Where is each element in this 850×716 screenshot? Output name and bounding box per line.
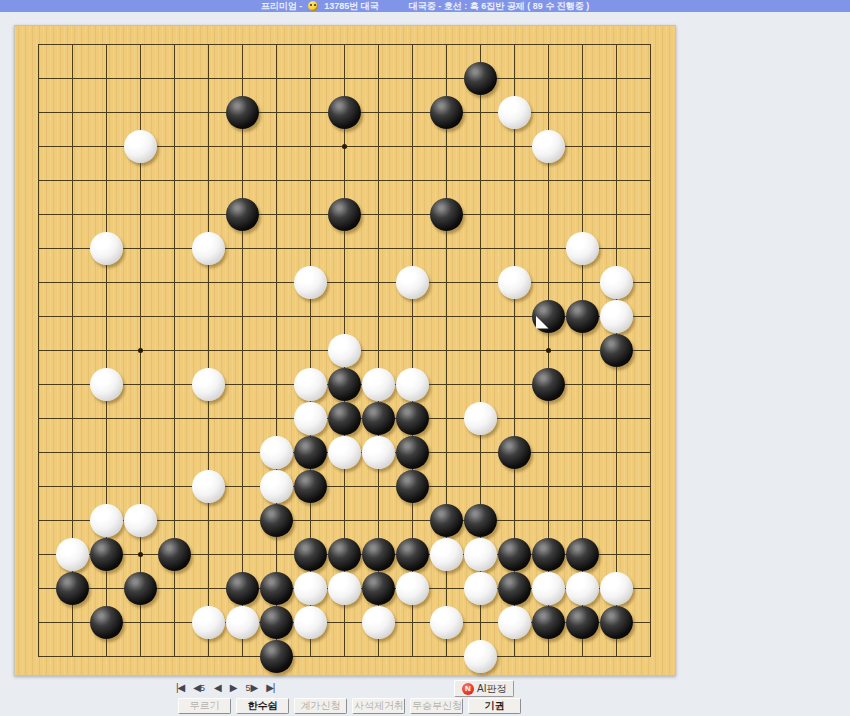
board-cell[interactable] xyxy=(463,537,497,571)
board-cell[interactable] xyxy=(633,639,667,673)
board-cell[interactable] xyxy=(395,469,429,503)
board-cell[interactable] xyxy=(191,367,225,401)
board-cell[interactable] xyxy=(21,435,55,469)
board-cell[interactable] xyxy=(463,571,497,605)
board-cell[interactable] xyxy=(497,537,531,571)
board-cell[interactable] xyxy=(191,163,225,197)
board-cell[interactable] xyxy=(429,27,463,61)
board-cell[interactable] xyxy=(497,639,531,673)
board-cell[interactable] xyxy=(497,333,531,367)
board-cell[interactable] xyxy=(531,435,565,469)
board-cell[interactable] xyxy=(361,333,395,367)
board-cell[interactable] xyxy=(361,639,395,673)
board-cell[interactable] xyxy=(361,605,395,639)
board-cell[interactable] xyxy=(429,95,463,129)
board-cell[interactable] xyxy=(123,231,157,265)
board-cell[interactable] xyxy=(191,401,225,435)
board-cell[interactable] xyxy=(225,469,259,503)
board-cell[interactable] xyxy=(191,503,225,537)
board-cell[interactable] xyxy=(55,639,89,673)
board-cell[interactable] xyxy=(259,401,293,435)
board-cell[interactable] xyxy=(55,197,89,231)
board-cell[interactable] xyxy=(21,537,55,571)
board-cell[interactable] xyxy=(463,367,497,401)
board-cell[interactable] xyxy=(463,163,497,197)
board-cell[interactable] xyxy=(497,61,531,95)
board-cell[interactable] xyxy=(429,299,463,333)
board-cell[interactable] xyxy=(191,469,225,503)
board-cell[interactable] xyxy=(463,469,497,503)
board-cell[interactable] xyxy=(565,129,599,163)
board-cell[interactable] xyxy=(225,129,259,163)
board-cell[interactable] xyxy=(21,299,55,333)
board-cell[interactable] xyxy=(327,571,361,605)
board-cell[interactable] xyxy=(89,265,123,299)
board-cell[interactable] xyxy=(531,163,565,197)
board-cell[interactable] xyxy=(225,231,259,265)
board-cell[interactable] xyxy=(599,265,633,299)
board-cell[interactable] xyxy=(293,95,327,129)
board-cell[interactable] xyxy=(395,27,429,61)
board-cell[interactable] xyxy=(157,537,191,571)
draw-request-button[interactable]: 무승부신청 xyxy=(410,698,463,714)
board-cell[interactable] xyxy=(633,27,667,61)
board-cell[interactable] xyxy=(429,435,463,469)
board-cell[interactable] xyxy=(565,605,599,639)
board-cell[interactable] xyxy=(395,333,429,367)
board-cell[interactable] xyxy=(429,367,463,401)
board-cell[interactable] xyxy=(463,639,497,673)
board-cell[interactable] xyxy=(225,503,259,537)
board-cell[interactable] xyxy=(123,27,157,61)
board-cell[interactable] xyxy=(21,163,55,197)
board-cell[interactable] xyxy=(531,639,565,673)
board-cell[interactable] xyxy=(599,95,633,129)
board-cell[interactable] xyxy=(123,61,157,95)
board-cell[interactable] xyxy=(21,265,55,299)
board-cell[interactable] xyxy=(565,333,599,367)
board-cell[interactable] xyxy=(89,197,123,231)
board-cell[interactable] xyxy=(191,605,225,639)
count-request-button[interactable]: 계가신청 xyxy=(294,698,347,714)
board-cell[interactable] xyxy=(327,231,361,265)
board-cell[interactable] xyxy=(157,61,191,95)
board-cell[interactable] xyxy=(293,231,327,265)
board-cell[interactable] xyxy=(361,163,395,197)
board-cell[interactable] xyxy=(225,367,259,401)
board-cell[interactable] xyxy=(259,27,293,61)
board-cell[interactable] xyxy=(327,333,361,367)
board-cell[interactable] xyxy=(89,401,123,435)
board-cell[interactable] xyxy=(89,571,123,605)
board-cell[interactable] xyxy=(497,299,531,333)
board-cell[interactable] xyxy=(633,231,667,265)
board-cell[interactable] xyxy=(361,129,395,163)
board-cell[interactable] xyxy=(123,401,157,435)
nav-forward-button[interactable]: ▶ xyxy=(230,681,237,695)
board-cell[interactable] xyxy=(531,401,565,435)
board-cell[interactable] xyxy=(123,503,157,537)
board-cell[interactable] xyxy=(293,27,327,61)
board-cell[interactable] xyxy=(293,265,327,299)
board-cell[interactable] xyxy=(123,605,157,639)
board-cell[interactable] xyxy=(633,61,667,95)
undo-button[interactable]: 무르기 xyxy=(178,698,231,714)
board-cell[interactable] xyxy=(565,231,599,265)
board-cell[interactable] xyxy=(293,333,327,367)
board-cell[interactable] xyxy=(633,163,667,197)
board-cell[interactable] xyxy=(55,95,89,129)
board-cell[interactable] xyxy=(55,299,89,333)
nav-forward5-button[interactable]: 5▶ xyxy=(245,681,257,695)
board-cell[interactable] xyxy=(565,469,599,503)
board-cell[interactable] xyxy=(21,367,55,401)
board-cell[interactable] xyxy=(225,571,259,605)
board-cell[interactable] xyxy=(55,469,89,503)
board-cell[interactable] xyxy=(21,27,55,61)
board-cell[interactable] xyxy=(89,163,123,197)
board-cell[interactable] xyxy=(225,95,259,129)
board-cell[interactable] xyxy=(293,197,327,231)
board-cell[interactable] xyxy=(327,129,361,163)
board-cell[interactable] xyxy=(293,605,327,639)
board-cell[interactable] xyxy=(463,503,497,537)
board-cell[interactable] xyxy=(21,401,55,435)
pass-button[interactable]: 한수쉼 xyxy=(236,698,289,714)
board-cell[interactable] xyxy=(497,401,531,435)
board-cell[interactable] xyxy=(395,61,429,95)
board-cell[interactable] xyxy=(395,537,429,571)
board-cell[interactable] xyxy=(191,231,225,265)
board-cell[interactable] xyxy=(361,61,395,95)
board-cell[interactable] xyxy=(21,571,55,605)
board-cell[interactable] xyxy=(599,197,633,231)
board-cell[interactable] xyxy=(225,265,259,299)
board-cell[interactable] xyxy=(531,469,565,503)
board-cell[interactable] xyxy=(429,129,463,163)
board-cell[interactable] xyxy=(565,537,599,571)
board-cell[interactable] xyxy=(395,605,429,639)
board-cell[interactable] xyxy=(429,469,463,503)
board-cell[interactable] xyxy=(293,367,327,401)
board-cell[interactable] xyxy=(293,503,327,537)
board-cell[interactable] xyxy=(429,639,463,673)
board-cell[interactable] xyxy=(429,333,463,367)
board-cell[interactable] xyxy=(225,333,259,367)
board-cell[interactable] xyxy=(361,469,395,503)
board-cell[interactable] xyxy=(429,537,463,571)
board-cell[interactable] xyxy=(191,129,225,163)
nav-back5-button[interactable]: ◀5 xyxy=(193,681,205,695)
board-cell[interactable] xyxy=(55,129,89,163)
board-cell[interactable] xyxy=(429,605,463,639)
board-cell[interactable] xyxy=(565,401,599,435)
board-cell[interactable] xyxy=(293,163,327,197)
board-cell[interactable] xyxy=(157,469,191,503)
board-cell[interactable] xyxy=(565,61,599,95)
board-cell[interactable] xyxy=(259,571,293,605)
board-cell[interactable] xyxy=(497,367,531,401)
board-cell[interactable] xyxy=(633,95,667,129)
board-cell[interactable] xyxy=(327,197,361,231)
board-cell[interactable] xyxy=(633,299,667,333)
board-cell[interactable] xyxy=(293,537,327,571)
board-cell[interactable] xyxy=(395,571,429,605)
board-cell[interactable] xyxy=(123,333,157,367)
board-cell[interactable] xyxy=(599,163,633,197)
board-cell[interactable] xyxy=(293,469,327,503)
board-cell[interactable] xyxy=(327,299,361,333)
board-cell[interactable] xyxy=(157,503,191,537)
board-cell[interactable] xyxy=(565,27,599,61)
board-cell[interactable] xyxy=(565,435,599,469)
board-cell[interactable] xyxy=(327,265,361,299)
board-cell[interactable] xyxy=(259,197,293,231)
board-cell[interactable] xyxy=(259,231,293,265)
board-cell[interactable] xyxy=(55,605,89,639)
board-cell[interactable] xyxy=(633,401,667,435)
board-cell[interactable] xyxy=(327,503,361,537)
board-cell[interactable] xyxy=(191,299,225,333)
board-cell[interactable] xyxy=(463,27,497,61)
nav-back-button[interactable]: ◀ xyxy=(214,681,221,695)
board-cell[interactable] xyxy=(463,333,497,367)
board-cell[interactable] xyxy=(89,503,123,537)
board-cell[interactable] xyxy=(395,129,429,163)
board-cell[interactable] xyxy=(327,163,361,197)
board-cell[interactable] xyxy=(599,299,633,333)
board-cell[interactable] xyxy=(123,639,157,673)
board-cell[interactable] xyxy=(55,265,89,299)
board-cell[interactable] xyxy=(599,61,633,95)
board-cell[interactable] xyxy=(463,129,497,163)
board-cell[interactable] xyxy=(191,333,225,367)
board-cell[interactable] xyxy=(361,571,395,605)
ai-judge-button[interactable]: N AI판정 xyxy=(454,680,514,697)
board-cell[interactable] xyxy=(123,299,157,333)
board-cell[interactable] xyxy=(259,537,293,571)
board-cell[interactable] xyxy=(497,469,531,503)
board-cell[interactable] xyxy=(293,129,327,163)
board-cell[interactable] xyxy=(293,401,327,435)
board-cell[interactable] xyxy=(361,537,395,571)
board-cell[interactable] xyxy=(429,401,463,435)
board-cell[interactable] xyxy=(361,401,395,435)
board-cell[interactable] xyxy=(565,265,599,299)
board-cell[interactable] xyxy=(259,333,293,367)
board-cell[interactable] xyxy=(191,265,225,299)
board-cell[interactable] xyxy=(123,197,157,231)
board-cell[interactable] xyxy=(191,571,225,605)
board-cell[interactable] xyxy=(157,639,191,673)
board-cell[interactable] xyxy=(599,435,633,469)
board-cell[interactable] xyxy=(259,469,293,503)
board-cell[interactable] xyxy=(633,571,667,605)
board-cell[interactable] xyxy=(89,639,123,673)
board-cell[interactable] xyxy=(531,299,565,333)
board-cell[interactable] xyxy=(429,503,463,537)
board-cell[interactable] xyxy=(565,503,599,537)
board-cell[interactable] xyxy=(89,61,123,95)
board-cell[interactable] xyxy=(123,367,157,401)
board-cell[interactable] xyxy=(327,605,361,639)
board-cell[interactable] xyxy=(531,605,565,639)
board-cell[interactable] xyxy=(463,231,497,265)
board-cell[interactable] xyxy=(599,129,633,163)
board-cell[interactable] xyxy=(123,571,157,605)
dead-stone-cancel-button[interactable]: 사석제거취소 xyxy=(352,698,405,714)
board-cell[interactable] xyxy=(259,503,293,537)
board-cell[interactable] xyxy=(531,231,565,265)
board-cell[interactable] xyxy=(191,537,225,571)
board-cell[interactable] xyxy=(463,95,497,129)
board-cell[interactable] xyxy=(21,197,55,231)
board-cell[interactable] xyxy=(463,605,497,639)
board-cell[interactable] xyxy=(55,61,89,95)
board-cell[interactable] xyxy=(157,401,191,435)
board-cell[interactable] xyxy=(89,333,123,367)
board-cell[interactable] xyxy=(21,333,55,367)
board-cell[interactable] xyxy=(89,367,123,401)
board-cell[interactable] xyxy=(157,95,191,129)
board-cell[interactable] xyxy=(565,367,599,401)
board-cell[interactable] xyxy=(123,163,157,197)
board-cell[interactable] xyxy=(531,333,565,367)
board-cell[interactable] xyxy=(157,571,191,605)
board-cell[interactable] xyxy=(395,231,429,265)
board-cell[interactable] xyxy=(429,163,463,197)
board-cell[interactable] xyxy=(463,61,497,95)
board-cell[interactable] xyxy=(21,129,55,163)
board-cell[interactable] xyxy=(565,639,599,673)
board-cell[interactable] xyxy=(191,435,225,469)
board-cell[interactable] xyxy=(429,61,463,95)
board-cell[interactable] xyxy=(225,537,259,571)
board-cell[interactable] xyxy=(89,469,123,503)
board-cell[interactable] xyxy=(633,197,667,231)
board-cell[interactable] xyxy=(157,367,191,401)
board-cell[interactable] xyxy=(633,503,667,537)
board-cell[interactable] xyxy=(565,163,599,197)
board-cell[interactable] xyxy=(463,401,497,435)
board-cell[interactable] xyxy=(395,367,429,401)
board-cell[interactable] xyxy=(633,367,667,401)
board-cell[interactable] xyxy=(633,537,667,571)
board-cell[interactable] xyxy=(225,639,259,673)
board-cell[interactable] xyxy=(531,265,565,299)
board-cell[interactable] xyxy=(259,435,293,469)
board-cell[interactable] xyxy=(531,197,565,231)
board-cell[interactable] xyxy=(259,265,293,299)
board-cell[interactable] xyxy=(633,469,667,503)
board-cell[interactable] xyxy=(89,299,123,333)
board-cell[interactable] xyxy=(599,537,633,571)
board-cell[interactable] xyxy=(89,129,123,163)
board-cell[interactable] xyxy=(463,265,497,299)
board-cell[interactable] xyxy=(55,367,89,401)
board-cell[interactable] xyxy=(565,299,599,333)
board-cell[interactable] xyxy=(599,639,633,673)
board-cell[interactable] xyxy=(531,571,565,605)
board-cell[interactable] xyxy=(361,435,395,469)
board-cell[interactable] xyxy=(497,163,531,197)
board-cell[interactable] xyxy=(191,95,225,129)
board-cell[interactable] xyxy=(531,129,565,163)
board-cell[interactable] xyxy=(259,95,293,129)
board-cell[interactable] xyxy=(225,401,259,435)
board-cell[interactable] xyxy=(531,537,565,571)
board-cell[interactable] xyxy=(463,197,497,231)
board-cell[interactable] xyxy=(89,605,123,639)
board-cell[interactable] xyxy=(157,265,191,299)
board-cell[interactable] xyxy=(531,367,565,401)
board-cell[interactable] xyxy=(123,435,157,469)
board-cell[interactable] xyxy=(599,469,633,503)
board-cell[interactable] xyxy=(327,537,361,571)
board-cell[interactable] xyxy=(633,129,667,163)
board-cell[interactable] xyxy=(327,367,361,401)
go-board[interactable] xyxy=(14,25,676,676)
nav-first-button[interactable]: |◀ xyxy=(176,681,184,695)
board-cell[interactable] xyxy=(497,95,531,129)
board-cell[interactable] xyxy=(327,61,361,95)
board-cell[interactable] xyxy=(497,435,531,469)
board-cell[interactable] xyxy=(633,435,667,469)
board-cell[interactable] xyxy=(157,605,191,639)
board-cell[interactable] xyxy=(259,605,293,639)
board-cell[interactable] xyxy=(599,27,633,61)
board-cell[interactable] xyxy=(293,639,327,673)
board-cell[interactable] xyxy=(21,95,55,129)
board-cell[interactable] xyxy=(599,231,633,265)
board-cell[interactable] xyxy=(225,61,259,95)
board-cell[interactable] xyxy=(259,61,293,95)
board-cell[interactable] xyxy=(599,333,633,367)
board-cell[interactable] xyxy=(55,231,89,265)
board-cell[interactable] xyxy=(361,27,395,61)
board-cell[interactable] xyxy=(55,27,89,61)
board-cell[interactable] xyxy=(123,265,157,299)
board-cell[interactable] xyxy=(89,435,123,469)
board-cell[interactable] xyxy=(327,469,361,503)
board-cell[interactable] xyxy=(293,571,327,605)
board-cell[interactable] xyxy=(633,333,667,367)
board-cell[interactable] xyxy=(123,469,157,503)
board-cell[interactable] xyxy=(157,435,191,469)
board-cell[interactable] xyxy=(429,231,463,265)
board-cell[interactable] xyxy=(89,95,123,129)
board-cell[interactable] xyxy=(21,231,55,265)
board-cell[interactable] xyxy=(55,571,89,605)
nav-last-button[interactable]: ▶| xyxy=(266,681,274,695)
board-cell[interactable] xyxy=(55,401,89,435)
board-cell[interactable] xyxy=(599,605,633,639)
board-cell[interactable] xyxy=(55,163,89,197)
board-cell[interactable] xyxy=(361,231,395,265)
board-cell[interactable] xyxy=(259,163,293,197)
board-cell[interactable] xyxy=(157,333,191,367)
board-cell[interactable] xyxy=(21,61,55,95)
board-cell[interactable] xyxy=(327,435,361,469)
board-cell[interactable] xyxy=(497,129,531,163)
board-cell[interactable] xyxy=(497,571,531,605)
board-cell[interactable] xyxy=(21,605,55,639)
board-cell[interactable] xyxy=(293,61,327,95)
board-cell[interactable] xyxy=(395,401,429,435)
board-cell[interactable] xyxy=(225,163,259,197)
board-cell[interactable] xyxy=(225,197,259,231)
board-cell[interactable] xyxy=(191,197,225,231)
